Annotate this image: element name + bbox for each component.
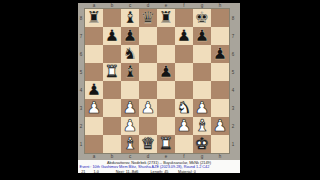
black-rook: ♜	[85, 9, 103, 27]
square-e8[interactable]: ♜	[157, 9, 175, 27]
status-line: 211-0Next: 11..Bd6Length: 45Material: 0	[78, 169, 240, 173]
status-token-0: 21	[81, 169, 85, 173]
white-pawn: ♟	[211, 117, 229, 135]
status-token-4: Material: 0	[178, 169, 196, 173]
square-d3[interactable]: ♟	[139, 99, 157, 117]
file-label-a: a	[85, 153, 103, 159]
rank-label-5: 5	[78, 63, 84, 81]
square-d4[interactable]	[139, 81, 157, 99]
black-pawn: ♟	[103, 27, 121, 45]
square-e3[interactable]	[157, 99, 175, 117]
white-pawn: ♟	[85, 99, 103, 117]
rank-label-7: 7	[230, 27, 236, 45]
chess-gui-panel: abcdefgh 87654321 ♜♝♛♜♚♟♟♟♟♞♟♜♝♟♟♟♟♟♞♟♟♟…	[78, 3, 240, 173]
file-label-h: h	[211, 153, 229, 159]
square-g7[interactable]: ♟	[193, 27, 211, 45]
white-pawn: ♟	[139, 99, 157, 117]
file-label-b: b	[103, 2, 121, 8]
square-e7[interactable]	[157, 27, 175, 45]
square-h7[interactable]	[211, 27, 229, 45]
square-b5[interactable]: ♜	[103, 63, 121, 81]
rank-label-2: 2	[78, 117, 84, 135]
square-c4[interactable]	[121, 81, 139, 99]
square-e5[interactable]: ♟	[157, 63, 175, 81]
rank-label-5: 5	[230, 63, 236, 81]
square-h3[interactable]	[211, 99, 229, 117]
square-a6[interactable]	[85, 45, 103, 63]
square-b2[interactable]	[103, 117, 121, 135]
square-b4[interactable]	[103, 81, 121, 99]
square-c3[interactable]: ♟	[121, 99, 139, 117]
square-e6[interactable]	[157, 45, 175, 63]
rank-label-6: 6	[78, 45, 84, 63]
white-queen: ♛	[139, 135, 157, 153]
square-f1[interactable]	[175, 135, 193, 153]
square-h1[interactable]	[211, 135, 229, 153]
rank-label-1: 1	[78, 135, 84, 153]
square-c8[interactable]: ♝	[121, 9, 139, 27]
square-a2[interactable]	[85, 117, 103, 135]
status-token-1: 1-0	[93, 169, 98, 173]
square-d8[interactable]: ♛	[139, 9, 157, 27]
black-pawn: ♟	[193, 27, 211, 45]
rank-label-6: 6	[230, 45, 236, 63]
black-pawn: ♟	[157, 63, 175, 81]
square-d7[interactable]	[139, 27, 157, 45]
square-f6[interactable]	[175, 45, 193, 63]
rank-label-3: 3	[78, 99, 84, 117]
square-a3[interactable]: ♟	[85, 99, 103, 117]
white-king: ♚	[193, 135, 211, 153]
square-f5[interactable]	[175, 63, 193, 81]
black-pawn: ♟	[121, 27, 139, 45]
status-token-3: Length: 45	[150, 169, 168, 173]
square-c5[interactable]: ♝	[121, 63, 139, 81]
square-b6[interactable]	[103, 45, 121, 63]
black-rook: ♜	[157, 9, 175, 27]
rank-label-8: 8	[230, 9, 236, 27]
rank-label-8: 8	[78, 9, 84, 27]
square-c7[interactable]: ♟	[121, 27, 139, 45]
square-b7[interactable]: ♟	[103, 27, 121, 45]
square-h8[interactable]	[211, 9, 229, 27]
square-g2[interactable]: ♝	[193, 117, 211, 135]
file-label-b: b	[103, 153, 121, 159]
square-b3[interactable]	[103, 99, 121, 117]
square-a5[interactable]	[85, 63, 103, 81]
square-h4[interactable]	[211, 81, 229, 99]
square-d1[interactable]: ♛	[139, 135, 157, 153]
file-label-f: f	[175, 153, 193, 159]
square-h6[interactable]: ♟	[211, 45, 229, 63]
square-f8[interactable]	[175, 9, 193, 27]
square-h5[interactable]	[211, 63, 229, 81]
black-pawn: ♟	[211, 45, 229, 63]
white-bishop: ♝	[121, 135, 139, 153]
rank-label-3: 3	[230, 99, 236, 117]
file-label-f: f	[175, 2, 193, 8]
square-g6[interactable]	[193, 45, 211, 63]
square-c2[interactable]: ♟	[121, 117, 139, 135]
video-frame: abcdefgh 87654321 ♜♝♛♜♚♟♟♟♟♞♟♜♝♟♟♟♟♟♞♟♟♟…	[0, 0, 320, 180]
square-e1[interactable]: ♜	[157, 135, 175, 153]
chess-board: ♜♝♛♜♚♟♟♟♟♞♟♜♝♟♟♟♟♟♞♟♟♟♝♟♝♛♜♚	[85, 9, 229, 153]
file-label-e: e	[157, 153, 175, 159]
rank-label-2: 2	[230, 117, 236, 135]
game-info-bar: Abdusattorov, Nodirbek (2731) -- Buyuksa…	[78, 160, 240, 173]
black-knight: ♞	[121, 45, 139, 63]
rank-labels-right: 87654321	[230, 9, 236, 153]
black-bishop: ♝	[121, 9, 139, 27]
square-f2[interactable]: ♟	[175, 117, 193, 135]
black-queen: ♛	[139, 9, 157, 27]
square-d5[interactable]	[139, 63, 157, 81]
square-g4[interactable]	[193, 81, 211, 99]
file-labels-bottom: abcdefgh	[85, 153, 229, 159]
rank-label-4: 4	[230, 81, 236, 99]
square-g1[interactable]: ♚	[193, 135, 211, 153]
square-a8[interactable]: ♜	[85, 9, 103, 27]
square-g5[interactable]	[193, 63, 211, 81]
white-rook: ♜	[103, 63, 121, 81]
square-a7[interactable]	[85, 27, 103, 45]
rank-labels-left: 87654321	[78, 9, 84, 153]
white-knight: ♞	[175, 99, 193, 117]
white-pawn: ♟	[193, 99, 211, 117]
black-bishop: ♝	[121, 63, 139, 81]
square-f7[interactable]: ♟	[175, 27, 193, 45]
square-g8[interactable]: ♚	[193, 9, 211, 27]
file-label-c: c	[121, 153, 139, 159]
black-king: ♚	[193, 9, 211, 27]
square-e4[interactable]	[157, 81, 175, 99]
black-pawn: ♟	[175, 27, 193, 45]
file-label-g: g	[193, 153, 211, 159]
white-bishop: ♝	[193, 117, 211, 135]
rank-label-1: 1	[230, 135, 236, 153]
square-c6[interactable]: ♞	[121, 45, 139, 63]
square-d2[interactable]	[139, 117, 157, 135]
file-label-h: h	[211, 2, 229, 8]
square-b8[interactable]	[103, 9, 121, 27]
white-pawn: ♟	[121, 99, 139, 117]
white-pawn: ♟	[175, 117, 193, 135]
square-a4[interactable]: ♟	[85, 81, 103, 99]
black-pawn: ♟	[85, 81, 103, 99]
square-f4[interactable]	[175, 81, 193, 99]
square-h2[interactable]: ♟	[211, 117, 229, 135]
square-g3[interactable]: ♟	[193, 99, 211, 117]
status-token-2: Next: 11..Bd6	[116, 169, 139, 173]
square-e2[interactable]	[157, 117, 175, 135]
white-pawn: ♟	[121, 117, 139, 135]
rank-label-7: 7	[78, 27, 84, 45]
square-a1[interactable]	[85, 135, 103, 153]
square-b1[interactable]	[103, 135, 121, 153]
square-c1[interactable]: ♝	[121, 135, 139, 153]
square-f3[interactable]: ♞	[175, 99, 193, 117]
file-label-d: d	[139, 153, 157, 159]
square-d6[interactable]	[139, 45, 157, 63]
white-rook: ♜	[157, 135, 175, 153]
rank-label-4: 4	[78, 81, 84, 99]
